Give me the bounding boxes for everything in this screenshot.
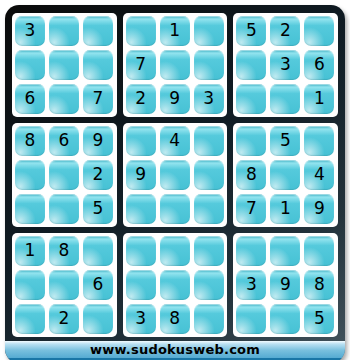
cell-r9c3[interactable]	[83, 304, 113, 334]
digit: 9	[280, 276, 291, 293]
digit: 7	[135, 56, 146, 73]
cell-r7c9[interactable]	[304, 236, 334, 266]
cell-r3c1[interactable]: 6	[15, 84, 45, 114]
cell-r9c2[interactable]: 2	[49, 304, 79, 334]
cell-r7c3[interactable]	[83, 236, 113, 266]
cell-r4c4[interactable]	[126, 126, 156, 156]
digit: 8	[25, 132, 36, 149]
cell-r2c6[interactable]	[194, 50, 224, 80]
cell-r3c6[interactable]: 3	[194, 84, 224, 114]
cell-r4c7[interactable]	[236, 126, 266, 156]
digit: 2	[59, 310, 70, 327]
digit: 5	[93, 200, 104, 217]
cell-r7c2[interactable]: 8	[49, 236, 79, 266]
cell-r4c8[interactable]: 5	[270, 126, 300, 156]
cell-r6c2[interactable]	[49, 194, 79, 224]
website-link[interactable]: www.sudokusweb.com	[90, 342, 260, 357]
digit: 6	[314, 56, 325, 73]
cell-r1c4[interactable]	[126, 16, 156, 46]
digit: 5	[314, 310, 325, 327]
cell-r1c1[interactable]: 3	[15, 16, 45, 46]
cell-r3c2[interactable]	[49, 84, 79, 114]
digit: 3	[280, 56, 291, 73]
digit: 3	[135, 310, 146, 327]
digit: 1	[314, 90, 325, 107]
cell-r7c6[interactable]	[194, 236, 224, 266]
cell-r7c4[interactable]	[126, 236, 156, 266]
cell-r5c7[interactable]: 8	[236, 160, 266, 190]
digit: 4	[314, 166, 325, 183]
cell-r8c6[interactable]	[194, 270, 224, 300]
cell-r3c8[interactable]	[270, 84, 300, 114]
digit: 9	[93, 132, 104, 149]
cell-r7c5[interactable]	[160, 236, 190, 266]
cell-r2c5[interactable]	[160, 50, 190, 80]
cell-r9c6[interactable]	[194, 304, 224, 334]
sudoku-board: 367172935236186925495847191862383985 www…	[5, 5, 345, 360]
digit: 6	[93, 276, 104, 293]
cell-r4c3[interactable]: 9	[83, 126, 113, 156]
box-1-1: 367	[12, 13, 117, 117]
digit: 8	[246, 166, 257, 183]
digit: 4	[169, 132, 180, 149]
cell-r5c4[interactable]: 9	[126, 160, 156, 190]
cell-r4c9[interactable]	[304, 126, 334, 156]
cell-r9c7[interactable]	[236, 304, 266, 334]
cell-r1c9[interactable]	[304, 16, 334, 46]
box-3-2: 38	[123, 233, 228, 337]
cell-r1c8[interactable]: 2	[270, 16, 300, 46]
cell-r3c9[interactable]: 1	[304, 84, 334, 114]
cell-r1c5[interactable]: 1	[160, 16, 190, 46]
digit: 9	[169, 90, 180, 107]
cell-r4c2[interactable]: 6	[49, 126, 79, 156]
digit: 2	[280, 22, 291, 39]
cell-r1c2[interactable]	[49, 16, 79, 46]
digit: 8	[169, 310, 180, 327]
cell-r6c5[interactable]	[160, 194, 190, 224]
cell-r2c4[interactable]: 7	[126, 50, 156, 80]
cell-r6c6[interactable]	[194, 194, 224, 224]
cell-r2c9[interactable]: 6	[304, 50, 334, 80]
cell-r4c6[interactable]	[194, 126, 224, 156]
cell-r8c1[interactable]	[15, 270, 45, 300]
box-2-1: 86925	[12, 123, 117, 227]
cell-r2c3[interactable]	[83, 50, 113, 80]
cell-r2c8[interactable]: 3	[270, 50, 300, 80]
digit: 9	[135, 166, 146, 183]
cell-r8c9[interactable]: 8	[304, 270, 334, 300]
cell-r2c1[interactable]	[15, 50, 45, 80]
box-1-2: 17293	[123, 13, 228, 117]
digit: 7	[246, 200, 257, 217]
cell-r6c9[interactable]: 9	[304, 194, 334, 224]
cell-r7c8[interactable]	[270, 236, 300, 266]
digit: 6	[25, 90, 36, 107]
box-3-1: 1862	[12, 233, 117, 337]
digit: 5	[280, 132, 291, 149]
box-3-3: 3985	[233, 233, 338, 337]
digit: 2	[135, 90, 146, 107]
cell-r5c1[interactable]	[15, 160, 45, 190]
digit: 3	[203, 90, 214, 107]
cell-r1c6[interactable]	[194, 16, 224, 46]
cell-r6c7[interactable]: 7	[236, 194, 266, 224]
cell-r8c8[interactable]: 9	[270, 270, 300, 300]
cell-r5c9[interactable]: 4	[304, 160, 334, 190]
cell-r7c1[interactable]: 1	[15, 236, 45, 266]
grid-area: 367172935236186925495847191862383985	[5, 5, 345, 341]
cell-r8c4[interactable]	[126, 270, 156, 300]
cell-r3c5[interactable]: 9	[160, 84, 190, 114]
cell-r6c8[interactable]: 1	[270, 194, 300, 224]
cell-r8c2[interactable]	[49, 270, 79, 300]
cell-r4c5[interactable]: 4	[160, 126, 190, 156]
digit: 3	[246, 276, 257, 293]
box-1-3: 52361	[233, 13, 338, 117]
cell-r9c9[interactable]: 5	[304, 304, 334, 334]
sudoku-grid: 367172935236186925495847191862383985	[12, 13, 338, 337]
digit: 1	[169, 22, 180, 39]
digit: 2	[93, 166, 104, 183]
digit: 7	[93, 90, 104, 107]
cell-r7c7[interactable]	[236, 236, 266, 266]
digit: 3	[25, 22, 36, 39]
cell-r6c3[interactable]: 5	[83, 194, 113, 224]
digit: 8	[59, 242, 70, 259]
cell-r2c7[interactable]	[236, 50, 266, 80]
cell-r8c7[interactable]: 3	[236, 270, 266, 300]
cell-r9c5[interactable]: 8	[160, 304, 190, 334]
cell-r1c7[interactable]: 5	[236, 16, 266, 46]
page: 367172935236186925495847191862383985 www…	[0, 0, 350, 360]
cell-r9c8[interactable]	[270, 304, 300, 334]
cell-r5c8[interactable]	[270, 160, 300, 190]
cell-r5c3[interactable]: 2	[83, 160, 113, 190]
box-2-2: 49	[123, 123, 228, 227]
cell-r6c4[interactable]	[126, 194, 156, 224]
cell-r5c5[interactable]	[160, 160, 190, 190]
cell-r3c3[interactable]: 7	[83, 84, 113, 114]
cell-r8c3[interactable]: 6	[83, 270, 113, 300]
digit: 1	[25, 242, 36, 259]
cell-r5c6[interactable]	[194, 160, 224, 190]
cell-r3c7[interactable]	[236, 84, 266, 114]
digit: 5	[246, 22, 257, 39]
cell-r9c4[interactable]: 3	[126, 304, 156, 334]
footer-bar: www.sudokusweb.com	[5, 341, 345, 360]
digit: 1	[280, 200, 291, 217]
cell-r6c1[interactable]	[15, 194, 45, 224]
cell-r4c1[interactable]: 8	[15, 126, 45, 156]
digit: 9	[314, 200, 325, 217]
cell-r8c5[interactable]	[160, 270, 190, 300]
cell-r5c2[interactable]	[49, 160, 79, 190]
cell-r3c4[interactable]: 2	[126, 84, 156, 114]
digit: 8	[314, 276, 325, 293]
digit: 6	[59, 132, 70, 149]
cell-r1c3[interactable]	[83, 16, 113, 46]
cell-r9c1[interactable]	[15, 304, 45, 334]
box-2-3: 584719	[233, 123, 338, 227]
cell-r2c2[interactable]	[49, 50, 79, 80]
